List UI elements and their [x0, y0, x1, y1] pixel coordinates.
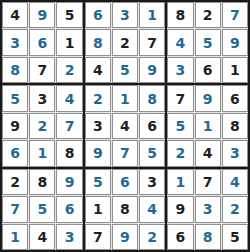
cell-r2c5[interactable]: 2: [112, 29, 138, 55]
cell-r4c8[interactable]: 9: [195, 85, 221, 111]
cell-r5c4[interactable]: 3: [85, 113, 111, 139]
box-2: 827459361: [167, 2, 248, 83]
cell-r9c4[interactable]: 7: [85, 224, 111, 250]
cell-r4c3[interactable]: 4: [56, 85, 82, 111]
cell-r3c9[interactable]: 1: [222, 57, 248, 83]
cell-r4c4[interactable]: 2: [85, 85, 111, 111]
cell-r8c2[interactable]: 5: [29, 196, 55, 222]
cell-r3c1[interactable]: 8: [2, 57, 28, 83]
cell-r2c8[interactable]: 5: [195, 29, 221, 55]
cell-r1c2[interactable]: 9: [29, 2, 55, 28]
cell-r3c8[interactable]: 6: [195, 57, 221, 83]
cell-r3c3[interactable]: 2: [56, 57, 82, 83]
cell-r4c2[interactable]: 3: [29, 85, 55, 111]
cell-r5c5[interactable]: 4: [112, 113, 138, 139]
box-6: 289756143: [2, 169, 83, 250]
box-1: 631827459: [85, 2, 166, 83]
cell-r7c4[interactable]: 5: [85, 169, 111, 195]
cell-r8c7[interactable]: 9: [167, 196, 193, 222]
cell-r5c7[interactable]: 5: [167, 113, 193, 139]
cell-r3c5[interactable]: 5: [112, 57, 138, 83]
cell-r2c7[interactable]: 4: [167, 29, 193, 55]
box-4: 218346975: [85, 85, 166, 166]
cell-r1c6[interactable]: 1: [139, 2, 165, 28]
cell-r7c2[interactable]: 8: [29, 169, 55, 195]
cell-r9c1[interactable]: 1: [2, 224, 28, 250]
cell-r1c9[interactable]: 7: [222, 2, 248, 28]
cell-r7c7[interactable]: 1: [167, 169, 193, 195]
cell-r6c8[interactable]: 4: [195, 140, 221, 166]
cell-r9c6[interactable]: 2: [139, 224, 165, 250]
cell-r7c8[interactable]: 7: [195, 169, 221, 195]
cell-r5c2[interactable]: 2: [29, 113, 55, 139]
cell-r5c9[interactable]: 8: [222, 113, 248, 139]
cell-r6c9[interactable]: 3: [222, 140, 248, 166]
cell-r7c3[interactable]: 9: [56, 169, 82, 195]
cell-r6c1[interactable]: 6: [2, 140, 28, 166]
cell-r7c6[interactable]: 3: [139, 169, 165, 195]
box-0: 495361872: [2, 2, 83, 83]
cell-r5c6[interactable]: 6: [139, 113, 165, 139]
cell-r1c3[interactable]: 5: [56, 2, 82, 28]
cell-r8c6[interactable]: 4: [139, 196, 165, 222]
cell-r2c1[interactable]: 3: [2, 29, 28, 55]
cell-r9c2[interactable]: 4: [29, 224, 55, 250]
cell-r1c7[interactable]: 8: [167, 2, 193, 28]
cell-r5c8[interactable]: 1: [195, 113, 221, 139]
cell-r2c9[interactable]: 9: [222, 29, 248, 55]
cell-r9c5[interactable]: 9: [112, 224, 138, 250]
cell-r9c3[interactable]: 3: [56, 224, 82, 250]
cell-r9c7[interactable]: 6: [167, 224, 193, 250]
cell-r3c7[interactable]: 3: [167, 57, 193, 83]
cell-r3c6[interactable]: 9: [139, 57, 165, 83]
box-8: 174932685: [167, 169, 248, 250]
cell-r5c3[interactable]: 7: [56, 113, 82, 139]
cell-r1c8[interactable]: 2: [195, 2, 221, 28]
cell-r6c4[interactable]: 9: [85, 140, 111, 166]
cell-r4c6[interactable]: 8: [139, 85, 165, 111]
cell-r6c3[interactable]: 8: [56, 140, 82, 166]
cell-r6c5[interactable]: 7: [112, 140, 138, 166]
cell-r5c1[interactable]: 9: [2, 113, 28, 139]
cell-r7c9[interactable]: 4: [222, 169, 248, 195]
cell-r1c5[interactable]: 3: [112, 2, 138, 28]
cell-r8c3[interactable]: 6: [56, 196, 82, 222]
sudoku-board: 4953618726318274598274593615349276182183…: [0, 0, 250, 252]
cell-r2c2[interactable]: 6: [29, 29, 55, 55]
cell-r7c1[interactable]: 2: [2, 169, 28, 195]
box-7: 563184792: [85, 169, 166, 250]
cell-r6c2[interactable]: 1: [29, 140, 55, 166]
cell-r2c6[interactable]: 7: [139, 29, 165, 55]
cell-r1c4[interactable]: 6: [85, 2, 111, 28]
cell-r7c5[interactable]: 6: [112, 169, 138, 195]
cell-r4c7[interactable]: 7: [167, 85, 193, 111]
cell-r3c2[interactable]: 7: [29, 57, 55, 83]
cell-r2c3[interactable]: 1: [56, 29, 82, 55]
cell-r4c5[interactable]: 1: [112, 85, 138, 111]
box-3: 534927618: [2, 85, 83, 166]
cell-r6c7[interactable]: 2: [167, 140, 193, 166]
cell-r9c8[interactable]: 8: [195, 224, 221, 250]
cell-r2c4[interactable]: 8: [85, 29, 111, 55]
cell-r8c8[interactable]: 3: [195, 196, 221, 222]
cell-r8c9[interactable]: 2: [222, 196, 248, 222]
cell-r1c1[interactable]: 4: [2, 2, 28, 28]
cell-r6c6[interactable]: 5: [139, 140, 165, 166]
cell-r8c4[interactable]: 1: [85, 196, 111, 222]
cell-r8c5[interactable]: 8: [112, 196, 138, 222]
cell-r9c9[interactable]: 5: [222, 224, 248, 250]
cell-r4c1[interactable]: 5: [2, 85, 28, 111]
cell-r3c4[interactable]: 4: [85, 57, 111, 83]
cell-r4c9[interactable]: 6: [222, 85, 248, 111]
box-5: 796518243: [167, 85, 248, 166]
cell-r8c1[interactable]: 7: [2, 196, 28, 222]
